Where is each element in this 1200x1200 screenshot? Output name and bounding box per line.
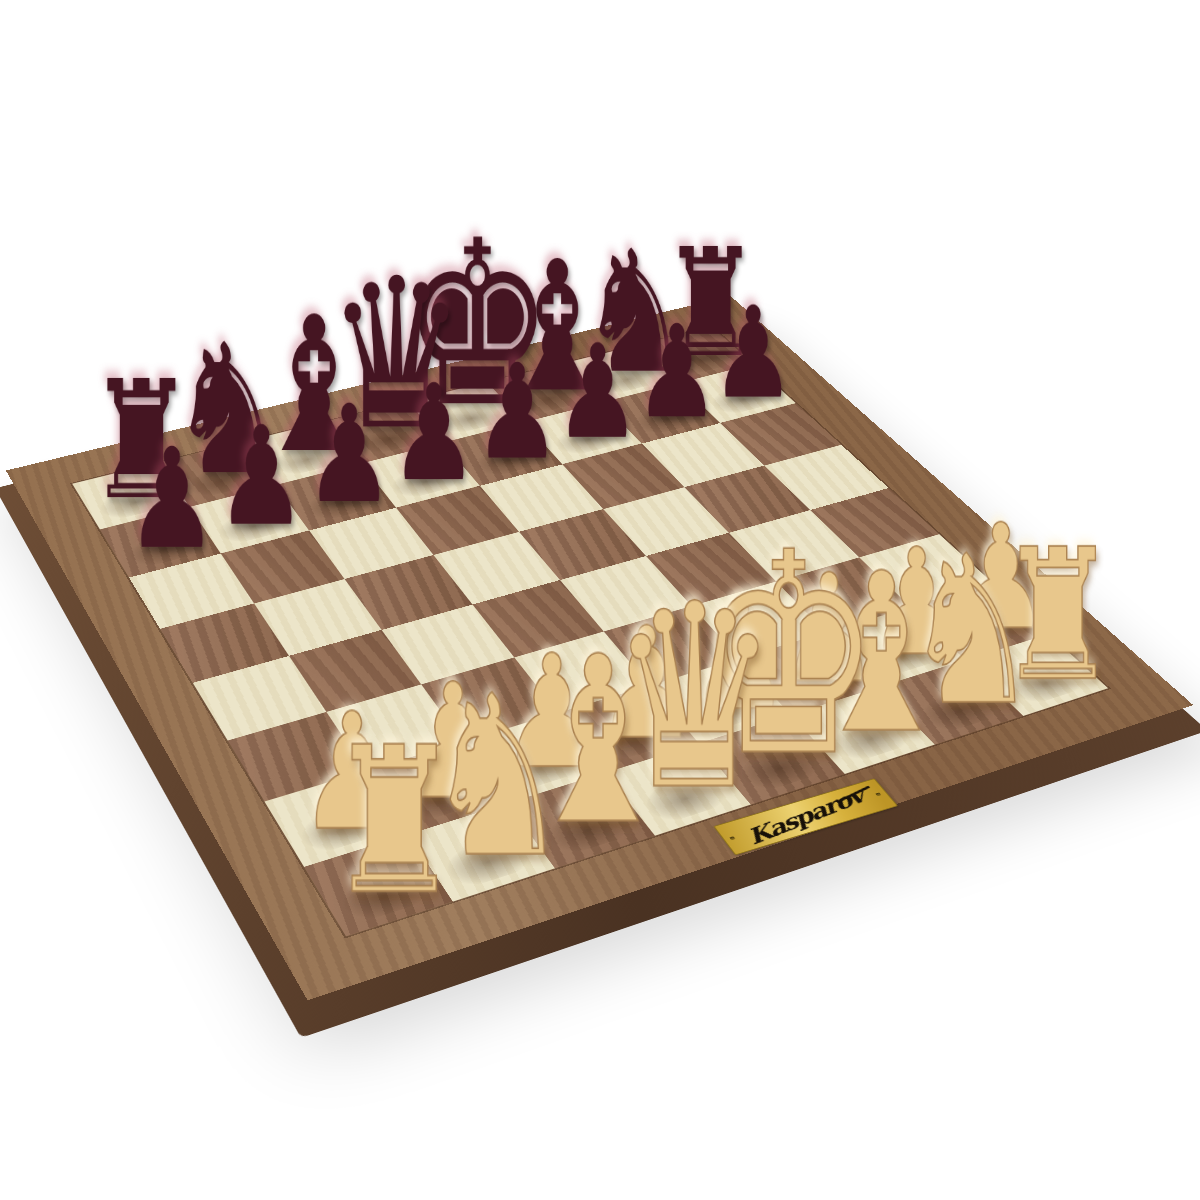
piece-shadow: [179, 460, 264, 500]
chess-board: ♜♞♝♛♚♝♞♜♟♟♟♟♟♟♟♟♟♟♟♟♟♟♟♟♜♞♝♛♚♝♞♜ Kasparo…: [6, 296, 1193, 1000]
board-grid: ♜♞♝♛♚♝♞♜♟♟♟♟♟♟♟♟♟♟♟♟♟♟♟♟♜♞♝♛♚♝♞♜: [72, 327, 1108, 937]
piece-shadow: [995, 657, 1094, 708]
square-h3: [859, 534, 993, 607]
piece-shadow: [508, 380, 590, 416]
piece-shadow: [819, 711, 920, 765]
piece-shadow: [434, 830, 540, 891]
white-pawn: ♟: [905, 505, 1097, 650]
square-f4: [646, 533, 776, 606]
piece-shadow: [330, 863, 437, 926]
piece-shadow: [908, 684, 1008, 736]
piece-shadow: [727, 740, 829, 796]
piece-shadow: [535, 799, 639, 858]
piece-shadow: [633, 769, 736, 826]
board-walnut-border: ♜♞♝♛♚♝♞♜♟♟♟♟♟♟♟♟♟♟♟♟♟♟♟♟♜♞♝♛♚♝♞♜ Kasparo…: [6, 296, 1193, 1000]
product-photo-scene: ♜♞♝♛♚♝♞♜♟♟♟♟♟♟♟♟♟♟♟♟♟♟♟♟♜♞♝♛♚♝♞♜ Kasparo…: [0, 0, 1200, 1200]
